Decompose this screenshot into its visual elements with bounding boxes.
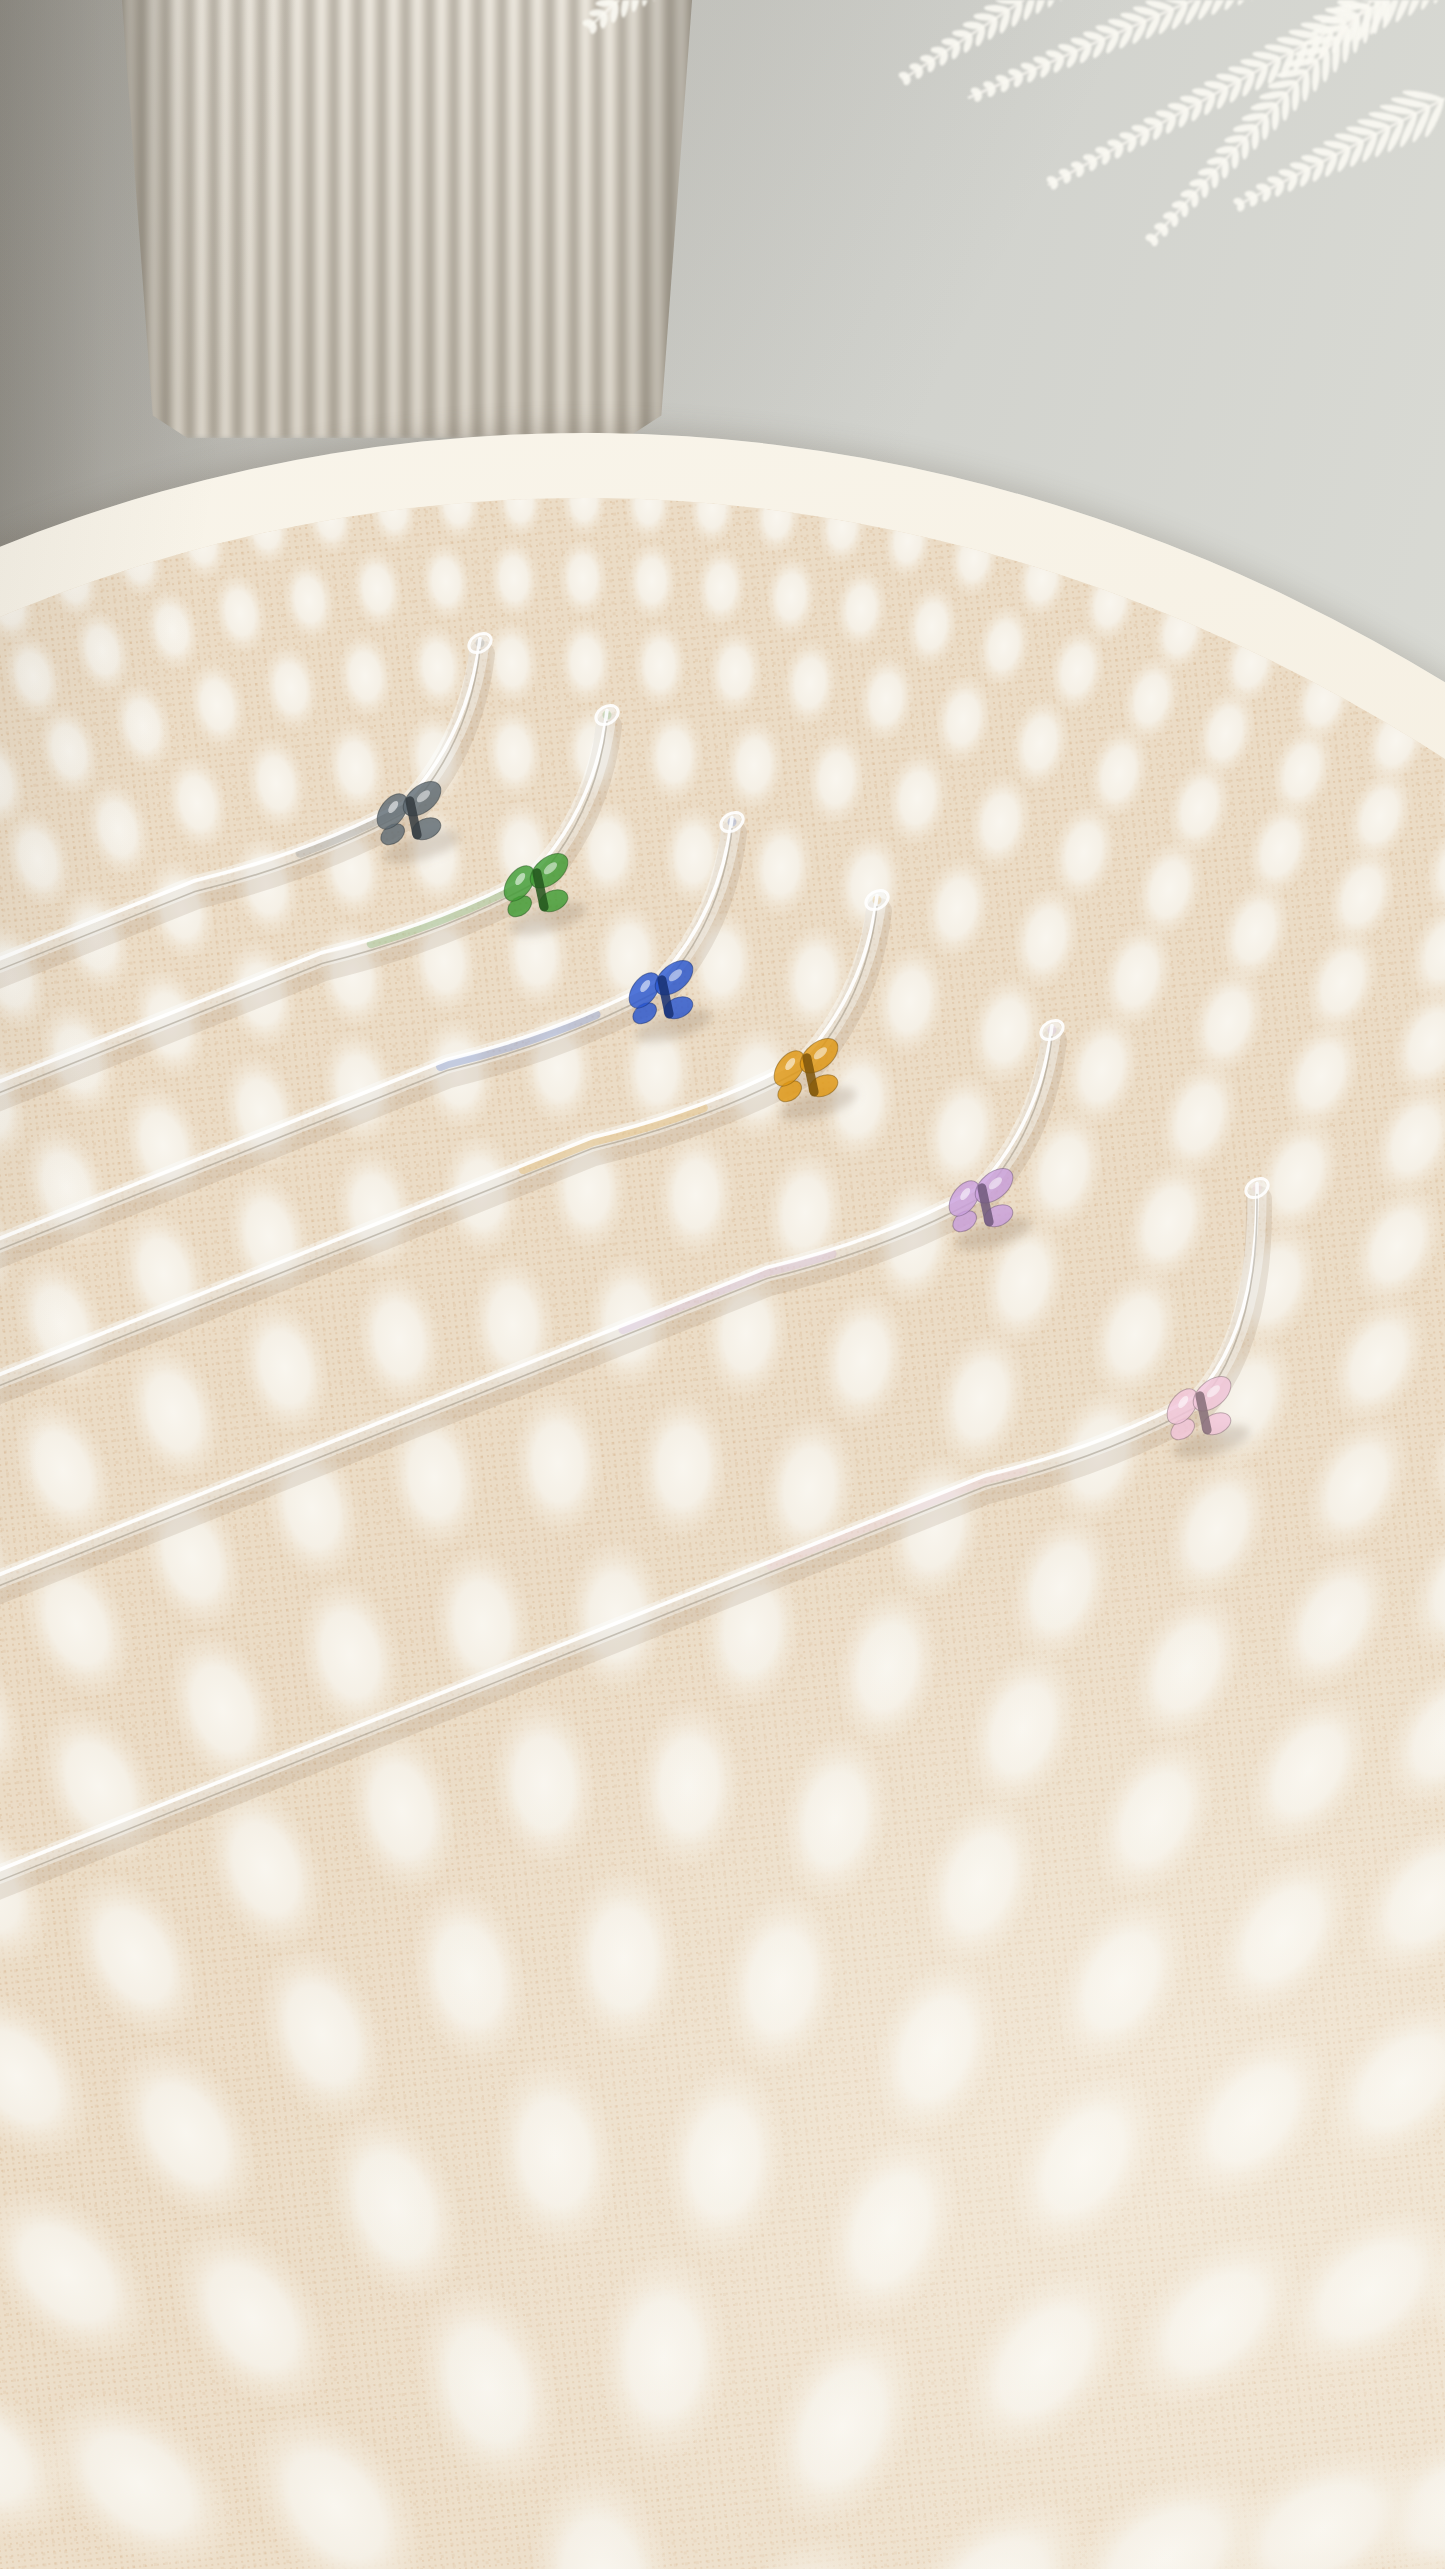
glass-straws-layer bbox=[0, 0, 1445, 2569]
glass-straw bbox=[0, 886, 892, 1417]
photo-scene bbox=[0, 0, 1445, 2569]
glass-straw bbox=[0, 1174, 1272, 1913]
